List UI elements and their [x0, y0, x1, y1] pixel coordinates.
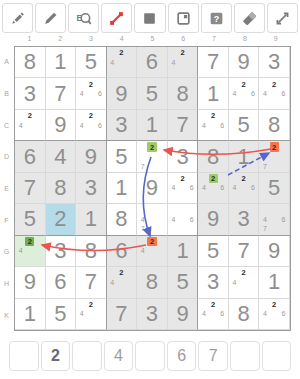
- picker-digit-4[interactable]: 4: [104, 341, 134, 371]
- cell-A7[interactable]: 7: [198, 47, 229, 78]
- cell-B5[interactable]: 5: [137, 78, 168, 109]
- candidate-4: 4: [77, 89, 86, 98]
- svg-text:?: ?: [213, 13, 219, 23]
- cell-value: 9: [176, 303, 188, 325]
- candidate-4: 4: [77, 120, 86, 129]
- candidate-2: 2: [117, 48, 126, 57]
- eraser-icon: [241, 10, 258, 27]
- marker-pen-button[interactable]: [2, 3, 33, 33]
- candidate-7: 7: [138, 161, 147, 170]
- cell-K8[interactable]: 8: [229, 299, 260, 330]
- candidate-2: 2: [86, 79, 95, 88]
- col-label-7: 7: [199, 33, 230, 45]
- candidate-2: 2: [147, 237, 156, 246]
- cell-D1[interactable]: 6: [15, 141, 46, 172]
- candidate-2: 2: [270, 79, 279, 88]
- cell-value: 5: [115, 146, 127, 168]
- cell-value: 3: [54, 240, 66, 262]
- candidate-2: 2: [25, 111, 34, 120]
- cell-C8[interactable]: 5: [229, 110, 260, 141]
- cell-value: 6: [115, 240, 127, 262]
- cell-value: 8: [207, 146, 219, 168]
- filled-square-icon: [141, 10, 158, 27]
- row-label-H: H: [0, 280, 13, 287]
- cell-F2[interactable]: 2: [46, 204, 77, 235]
- row-label-E: E: [0, 185, 13, 192]
- cell-G8[interactable]: 7: [229, 236, 260, 267]
- candidate-6: 6: [95, 89, 104, 98]
- cell-C6[interactable]: 7: [168, 110, 199, 141]
- cell-G2[interactable]: 3: [46, 236, 77, 267]
- cell-H5[interactable]: 8: [137, 267, 168, 298]
- corner-mark-icon: [175, 10, 192, 27]
- candidate-grid: 24: [169, 48, 197, 76]
- candidate-4: 4: [260, 89, 269, 98]
- candidate-6: 6: [248, 89, 257, 98]
- cell-D3[interactable]: 9: [76, 141, 107, 172]
- cell-F1[interactable]: 5: [15, 204, 46, 235]
- chain-tool-icon: [108, 10, 125, 27]
- cell-H9[interactable]: 1: [259, 267, 290, 298]
- cell-value: 3: [268, 51, 280, 73]
- cell-D4[interactable]: 5: [107, 141, 138, 172]
- candidate-grid: 24: [77, 300, 105, 328]
- candidate-2: 2: [86, 111, 95, 120]
- cell-value: 3: [238, 208, 250, 230]
- candidate-grid: 24: [16, 111, 44, 139]
- cell-value: 1: [24, 303, 36, 325]
- candidate-4: 4: [260, 215, 269, 224]
- cell-value: 8: [54, 177, 66, 199]
- candidate-2: 2: [178, 48, 187, 57]
- cell-C9[interactable]: 8: [259, 110, 290, 141]
- cell-H8[interactable]: 24: [229, 267, 260, 298]
- candidate-grid: 246: [199, 300, 227, 328]
- cell-value: 7: [238, 240, 250, 262]
- cell-C7[interactable]: 246: [198, 110, 229, 141]
- row-label-A: A: [0, 58, 13, 65]
- cell-value: 8: [24, 51, 36, 73]
- cell-value: 6: [24, 146, 36, 168]
- candidate-grid: 467: [260, 205, 288, 233]
- col-label-5: 5: [137, 33, 168, 45]
- picker-digit-3[interactable]: [72, 341, 102, 371]
- cell-H2[interactable]: 6: [46, 267, 77, 298]
- cell-H7[interactable]: 3: [198, 267, 229, 298]
- help-button[interactable]: ?: [201, 3, 232, 33]
- cell-value: 6: [146, 51, 158, 73]
- cell-B4[interactable]: 9: [107, 78, 138, 109]
- cell-value: 3: [176, 146, 188, 168]
- candidate-grid: 246: [230, 79, 258, 107]
- candidate-grid: 246: [260, 300, 288, 328]
- col-label-8: 8: [229, 33, 260, 45]
- cell-value: 6: [54, 271, 66, 293]
- cell-K9[interactable]: 246: [259, 299, 290, 330]
- candidate-grid: 246: [77, 111, 105, 139]
- cell-F9[interactable]: 467: [259, 204, 290, 235]
- cell-K2[interactable]: 5: [46, 299, 77, 330]
- cell-H6[interactable]: 5: [168, 267, 199, 298]
- fullscreen-button[interactable]: [267, 3, 298, 33]
- candidate-4: 4: [108, 57, 117, 66]
- eraser-button[interactable]: [234, 3, 265, 33]
- cell-A2[interactable]: 1: [46, 47, 77, 78]
- cell-F5[interactable]: 47: [137, 204, 168, 235]
- digit-picker: 2467: [9, 341, 291, 371]
- cell-value: 1: [176, 240, 188, 262]
- cell-K7[interactable]: 246: [198, 299, 229, 330]
- cell-H4[interactable]: 24: [107, 267, 138, 298]
- cell-value: 5: [146, 83, 158, 105]
- cell-E2[interactable]: 8: [46, 173, 77, 204]
- cell-value: 3: [146, 303, 158, 325]
- candidate-7: 7: [138, 224, 147, 233]
- col-label-1: 1: [14, 33, 45, 45]
- cell-value: 3: [85, 177, 97, 199]
- cell-H1[interactable]: 9: [15, 267, 46, 298]
- cell-C3[interactable]: 246: [76, 110, 107, 141]
- candidate-4: 4: [260, 309, 269, 318]
- fullscreen-icon: [274, 10, 291, 27]
- candidate-grid: 24: [108, 268, 136, 296]
- cell-K4[interactable]: 7: [107, 299, 138, 330]
- cell-value: 1: [268, 271, 280, 293]
- candidate-grid: 27: [138, 142, 166, 170]
- candidate-2: 2: [25, 237, 34, 246]
- column-labels: 123456789: [14, 33, 291, 45]
- candidate-4: 4: [230, 183, 239, 192]
- cell-value: 3: [115, 114, 127, 136]
- cell-value: 3: [207, 271, 219, 293]
- candidate-4: 4: [169, 57, 178, 66]
- help-icon: ?: [208, 10, 225, 27]
- cell-value: 5: [24, 208, 36, 230]
- cell-G3[interactable]: 8: [76, 236, 107, 267]
- candidate-6: 6: [218, 309, 227, 318]
- cell-D5[interactable]: 27: [137, 141, 168, 172]
- cell-F8[interactable]: 3: [229, 204, 260, 235]
- cell-G6[interactable]: 1: [168, 236, 199, 267]
- toolbar: E ?: [2, 3, 298, 34]
- col-label-6: 6: [168, 33, 199, 45]
- cell-value: 7: [85, 271, 97, 293]
- corner-mark-button[interactable]: [168, 3, 199, 33]
- cell-value: 9: [115, 83, 127, 105]
- cell-value: 2: [54, 208, 66, 230]
- picker-digit-7[interactable]: 7: [198, 341, 228, 371]
- candidate-4: 4: [138, 215, 147, 224]
- candidate-4: 4: [16, 120, 25, 129]
- picker-digit-5[interactable]: [135, 341, 165, 371]
- cell-G1[interactable]: 24: [15, 236, 46, 267]
- cell-value: 8: [115, 208, 127, 230]
- row-label-C: C: [0, 122, 13, 129]
- cell-E4[interactable]: 1: [107, 173, 138, 204]
- candidate-4: 4: [230, 89, 239, 98]
- candidate-grid: 246: [169, 174, 197, 202]
- candidate-6: 6: [218, 120, 227, 129]
- cell-value: 9: [54, 114, 66, 136]
- candidate-grid: 246: [199, 174, 227, 202]
- row-label-F: F: [0, 217, 13, 224]
- candidate-6: 6: [95, 120, 104, 129]
- cell-B6[interactable]: 8: [168, 78, 199, 109]
- candidate-grid: 246: [260, 79, 288, 107]
- cell-value: 5: [238, 114, 250, 136]
- cell-value: 7: [54, 83, 66, 105]
- cell-value: 9: [238, 51, 250, 73]
- candidate-grid: 47: [138, 205, 166, 233]
- row-label-K: K: [0, 312, 13, 319]
- col-label-2: 2: [45, 33, 76, 45]
- cell-G7[interactable]: 5: [198, 236, 229, 267]
- cell-value: 9: [24, 271, 36, 293]
- candidate-grid: 24: [108, 48, 136, 76]
- search-candidates-button[interactable]: E: [68, 3, 99, 33]
- cell-value: 5: [54, 303, 66, 325]
- candidate-grid: 246: [77, 79, 105, 107]
- candidate-4: 4: [16, 246, 25, 255]
- cell-A5[interactable]: 6: [137, 47, 168, 78]
- candidate-4: 4: [108, 278, 117, 287]
- cell-B3[interactable]: 246: [76, 78, 107, 109]
- picker-digit-2[interactable]: 2: [41, 341, 71, 371]
- cell-F4[interactable]: 8: [107, 204, 138, 235]
- cell-A1[interactable]: 8: [15, 47, 46, 78]
- cell-A6[interactable]: 24: [168, 47, 199, 78]
- row-label-B: B: [0, 90, 13, 97]
- cell-K5[interactable]: 3: [137, 299, 168, 330]
- candidate-4: 4: [199, 309, 208, 318]
- cell-A8[interactable]: 9: [229, 47, 260, 78]
- cell-E8[interactable]: 246: [229, 173, 260, 204]
- cell-A9[interactable]: 3: [259, 47, 290, 78]
- picker-digit-6[interactable]: 6: [167, 341, 197, 371]
- cell-value: 5: [207, 240, 219, 262]
- cell-B1[interactable]: 3: [15, 78, 46, 109]
- cell-E1[interactable]: 7: [15, 173, 46, 204]
- candidate-grid: 24: [230, 268, 258, 296]
- cell-C4[interactable]: 3: [107, 110, 138, 141]
- cell-G4[interactable]: 6: [107, 236, 138, 267]
- candidate-6: 6: [279, 215, 288, 224]
- cell-G5[interactable]: 24: [137, 236, 168, 267]
- candidate-grid: 24: [138, 237, 166, 265]
- cell-C5[interactable]: 1: [137, 110, 168, 141]
- cell-value: 1: [85, 208, 97, 230]
- cell-A4[interactable]: 24: [107, 47, 138, 78]
- cell-K6[interactable]: 9: [168, 299, 199, 330]
- candidate-6: 6: [187, 215, 196, 224]
- row-labels: ABCDEFGHK: [0, 46, 13, 331]
- cell-value: 3: [24, 83, 36, 105]
- cell-value: 8: [176, 83, 188, 105]
- candidate-2: 2: [178, 174, 187, 183]
- candidate-6: 6: [218, 183, 227, 192]
- candidate-4: 4: [169, 215, 178, 224]
- cell-value: 8: [238, 303, 250, 325]
- pencil-icon: [42, 10, 59, 27]
- candidate-7: 7: [260, 224, 269, 233]
- cell-value: 4: [54, 146, 66, 168]
- cell-value: 8: [268, 114, 280, 136]
- cell-value: 7: [24, 177, 36, 199]
- cell-value: 5: [176, 271, 188, 293]
- cell-F7[interactable]: 9: [198, 204, 229, 235]
- cell-K1[interactable]: 1: [15, 299, 46, 330]
- cell-value: 8: [85, 240, 97, 262]
- candidate-2: 2: [209, 111, 218, 120]
- cell-value: 9: [207, 208, 219, 230]
- marker-pen-icon: [9, 10, 26, 27]
- cell-D7[interactable]: 8: [198, 141, 229, 172]
- sudoku-app: E ?: [0, 0, 300, 379]
- cell-value: 9: [85, 146, 97, 168]
- cell-B9[interactable]: 246: [259, 78, 290, 109]
- candidate-2: 2: [270, 142, 279, 151]
- cell-B2[interactable]: 7: [46, 78, 77, 109]
- cell-value: 9: [268, 240, 280, 262]
- picker-digit-8[interactable]: [230, 341, 260, 371]
- cell-value: 7: [115, 303, 127, 325]
- candidate-6: 6: [248, 183, 257, 192]
- candidate-grid: 27: [260, 142, 288, 170]
- row-label-G: G: [0, 248, 13, 255]
- cell-E7[interactable]: 246: [198, 173, 229, 204]
- cell-D9[interactable]: 27: [259, 141, 290, 172]
- cell-F6[interactable]: 46: [168, 204, 199, 235]
- candidate-2: 2: [239, 268, 248, 277]
- col-label-3: 3: [76, 33, 107, 45]
- candidate-grid: 246: [199, 111, 227, 139]
- candidate-2: 2: [117, 268, 126, 277]
- cell-D8[interactable]: 1: [229, 141, 260, 172]
- candidate-grid: 246: [230, 174, 258, 202]
- cell-value: 1: [115, 177, 127, 199]
- candidate-2: 2: [86, 300, 95, 309]
- cell-F3[interactable]: 1: [76, 204, 107, 235]
- cell-E5[interactable]: 9: [137, 173, 168, 204]
- cell-value: 1: [238, 146, 250, 168]
- candidate-4: 4: [138, 246, 147, 255]
- cell-value: 8: [146, 271, 158, 293]
- candidate-4: 4: [77, 309, 86, 318]
- cell-D6[interactable]: 3: [168, 141, 199, 172]
- cell-value: 7: [176, 114, 188, 136]
- cell-C1[interactable]: 24: [15, 110, 46, 141]
- candidate-grid: 24: [16, 237, 44, 265]
- cell-G9[interactable]: 9: [259, 236, 290, 267]
- cell-D2[interactable]: 4: [46, 141, 77, 172]
- cell-K3[interactable]: 24: [76, 299, 107, 330]
- cell-H3[interactable]: 7: [76, 267, 107, 298]
- cell-E9[interactable]: 5: [259, 173, 290, 204]
- candidate-4: 4: [199, 183, 208, 192]
- cell-value: 5: [268, 177, 280, 199]
- picker-digit-9[interactable]: [262, 341, 292, 371]
- filled-square-button[interactable]: [134, 3, 165, 33]
- cell-B7[interactable]: 1: [198, 78, 229, 109]
- candidate-2: 2: [239, 79, 248, 88]
- candidate-4: 4: [230, 278, 239, 287]
- candidate-4: 4: [199, 120, 208, 129]
- col-label-4: 4: [106, 33, 137, 45]
- board: 8152462479337246958124624624924631724658…: [14, 46, 291, 331]
- cell-value: 1: [146, 114, 158, 136]
- candidate-6: 6: [279, 309, 288, 318]
- pencil-button[interactable]: [35, 3, 66, 33]
- candidate-2: 2: [209, 300, 218, 309]
- candidate-4: 4: [169, 183, 178, 192]
- cell-E3[interactable]: 3: [76, 173, 107, 204]
- candidate-2: 2: [147, 142, 156, 151]
- candidate-2: 2: [270, 300, 279, 309]
- cell-value: 7: [207, 51, 219, 73]
- candidate-6: 6: [187, 183, 196, 192]
- candidate-2: 2: [239, 174, 248, 183]
- cell-value: 5: [85, 51, 97, 73]
- cell-C2[interactable]: 9: [46, 110, 77, 141]
- candidate-grid: 46: [169, 205, 197, 233]
- cell-E6[interactable]: 246: [168, 173, 199, 204]
- chain-tool-button[interactable]: [101, 3, 132, 33]
- candidate-7: 7: [260, 161, 269, 170]
- search-candidates-icon: E: [75, 10, 92, 27]
- row-label-D: D: [0, 153, 13, 160]
- cell-value: 1: [207, 83, 219, 105]
- cell-value: 9: [146, 177, 158, 199]
- candidate-2: 2: [209, 174, 218, 183]
- cell-A3[interactable]: 5: [76, 47, 107, 78]
- cell-B8[interactable]: 246: [229, 78, 260, 109]
- picker-digit-1[interactable]: [9, 341, 39, 371]
- col-label-9: 9: [260, 33, 291, 45]
- candidate-6: 6: [279, 89, 288, 98]
- cell-value: 1: [54, 51, 66, 73]
